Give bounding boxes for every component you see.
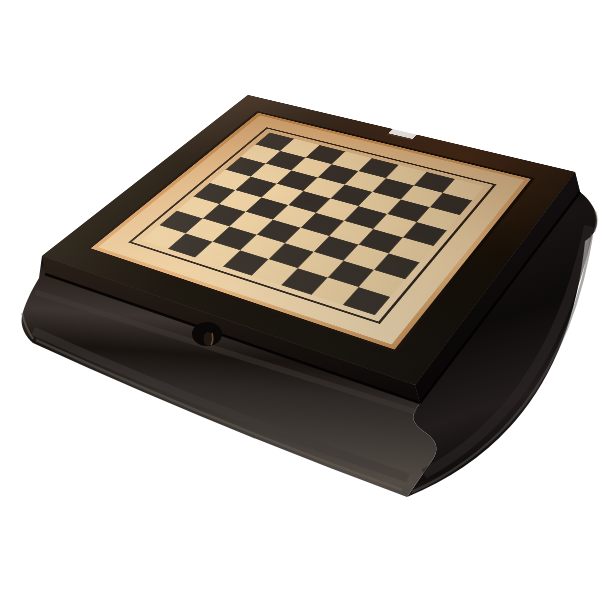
chess-box-photo <box>0 0 600 600</box>
